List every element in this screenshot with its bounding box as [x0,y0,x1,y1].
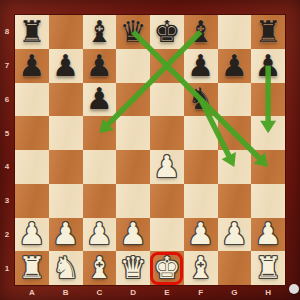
square-h3[interactable] [251,184,285,218]
square-d7[interactable] [116,49,150,83]
white-pawn-f2[interactable]: ♟ [184,218,218,252]
file-label-A: A [15,285,49,299]
file-labels: ABCDEFGH [15,285,285,300]
white-bishop-c1[interactable]: ♝ [83,251,117,285]
square-a3[interactable] [15,184,49,218]
rank-label-6: 6 [0,83,14,117]
square-e5[interactable] [150,116,184,150]
rank-label-7: 7 [0,49,14,83]
square-h4[interactable] [251,150,285,184]
square-b8[interactable] [49,15,83,49]
file-label-G: G [218,285,252,299]
square-d5[interactable] [116,116,150,150]
black-pawn-a7[interactable]: ♟ [15,49,49,83]
rank-labels: 87654321 [0,15,15,285]
rank-label-4: 4 [0,150,14,184]
file-label-D: D [116,285,150,299]
black-rook-a8[interactable]: ♜ [15,15,49,49]
black-queen-d8[interactable]: ♛ [116,15,150,49]
square-a5[interactable] [15,116,49,150]
square-g6[interactable] [218,83,252,117]
file-label-E: E [150,285,184,299]
square-b5[interactable] [49,116,83,150]
white-pawn-c2[interactable]: ♟ [83,218,117,252]
black-pawn-c6[interactable]: ♟ [83,83,117,117]
rank-label-3: 3 [0,184,14,218]
black-pawn-c7[interactable]: ♟ [83,49,117,83]
black-pawn-f7[interactable]: ♟ [184,49,218,83]
square-b3[interactable] [49,184,83,218]
rank-label-2: 2 [0,218,14,252]
black-knight-f6[interactable]: ♞ [184,83,218,117]
white-pawn-h2[interactable]: ♟ [251,218,285,252]
square-c5[interactable] [83,116,117,150]
white-king-e1[interactable]: ♚ [150,251,184,285]
black-king-e8[interactable]: ♚ [150,15,184,49]
file-label-B: B [49,285,83,299]
rank-label-1: 1 [0,251,14,285]
square-d4[interactable] [116,150,150,184]
rank-label-5: 5 [0,116,14,150]
black-bishop-c8[interactable]: ♝ [83,15,117,49]
square-h6[interactable] [251,83,285,117]
white-bishop-f1[interactable]: ♝ [184,251,218,285]
black-pawn-g7[interactable]: ♟ [218,49,252,83]
square-g8[interactable] [218,15,252,49]
square-d3[interactable] [116,184,150,218]
file-label-F: F [184,285,218,299]
white-rook-a1[interactable]: ♜ [15,251,49,285]
white-pawn-e4[interactable]: ♟ [150,150,184,184]
white-pawn-d2[interactable]: ♟ [116,218,150,252]
square-a6[interactable] [15,83,49,117]
square-e6[interactable] [150,83,184,117]
black-rook-h8[interactable]: ♜ [251,15,285,49]
square-c4[interactable] [83,150,117,184]
square-h5[interactable] [251,116,285,150]
square-e3[interactable] [150,184,184,218]
rank-label-8: 8 [0,15,14,49]
white-knight-b1[interactable]: ♞ [49,251,83,285]
file-label-C: C [83,285,117,299]
square-d6[interactable] [116,83,150,117]
white-rook-h1[interactable]: ♜ [251,251,285,285]
white-pawn-a2[interactable]: ♟ [15,218,49,252]
square-g1[interactable] [218,251,252,285]
square-a4[interactable] [15,150,49,184]
square-b6[interactable] [49,83,83,117]
square-f5[interactable] [184,116,218,150]
square-c3[interactable] [83,184,117,218]
square-e7[interactable] [150,49,184,83]
square-f4[interactable] [184,150,218,184]
square-f3[interactable] [184,184,218,218]
chess-board-frame: ♜♝♛♚♝♜♟♟♟♟♟♟♟♞♟♟♟♟♟♟♟♟♜♞♝♛♚♝♜ 87654321 A… [0,0,300,300]
white-pawn-b2[interactable]: ♟ [49,218,83,252]
square-e2[interactable] [150,218,184,252]
black-pawn-h7[interactable]: ♟ [251,49,285,83]
square-g4[interactable] [218,150,252,184]
file-label-H: H [251,285,285,299]
corner-dot [289,284,299,294]
white-pawn-g2[interactable]: ♟ [218,218,252,252]
square-g3[interactable] [218,184,252,218]
white-queen-d1[interactable]: ♛ [116,251,150,285]
square-g5[interactable] [218,116,252,150]
black-pawn-b7[interactable]: ♟ [49,49,83,83]
black-bishop-f8[interactable]: ♝ [184,15,218,49]
square-b4[interactable] [49,150,83,184]
